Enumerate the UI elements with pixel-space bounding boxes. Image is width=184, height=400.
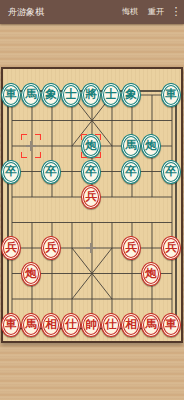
piece-red-r9c5[interactable]: 仕: [101, 313, 121, 337]
piece-red-r9c2[interactable]: 相: [41, 313, 61, 337]
piece-red-r9c7[interactable]: 馬: [141, 313, 161, 337]
piece-black-r3c4[interactable]: 卒: [81, 160, 101, 184]
overflow-menu-icon[interactable]: ⋮: [169, 0, 183, 24]
piece-black-r2c4[interactable]: 炮: [81, 134, 101, 158]
xiangqi-board[interactable]: 車馬象士將士象車炮馬炮卒卒卒卒卒兵兵兵兵兵炮炮車馬相仕帥仕相馬車: [1, 67, 183, 343]
point-marker: [21, 133, 41, 159]
piece-red-r9c0[interactable]: 車: [1, 313, 21, 337]
xiangqi-board-grid[interactable]: 車馬象士將士象車炮馬炮卒卒卒卒卒兵兵兵兵兵炮炮車馬相仕帥仕相馬車: [1, 82, 181, 337]
piece-black-r0c6[interactable]: 象: [121, 83, 141, 107]
piece-red-r7c1[interactable]: 炮: [21, 262, 41, 286]
piece-red-r9c1[interactable]: 馬: [21, 313, 41, 337]
undo-move-button[interactable]: 悔棋: [117, 0, 143, 24]
piece-black-r0c3[interactable]: 士: [61, 83, 81, 107]
piece-red-r7c7[interactable]: 炮: [141, 262, 161, 286]
piece-red-r9c4[interactable]: 帥: [81, 313, 101, 337]
piece-black-r0c4[interactable]: 將: [81, 83, 101, 107]
piece-red-r9c6[interactable]: 相: [121, 313, 141, 337]
piece-black-r2c6[interactable]: 馬: [121, 134, 141, 158]
piece-red-r9c8[interactable]: 車: [161, 313, 181, 337]
piece-black-r3c8[interactable]: 卒: [161, 160, 181, 184]
app-bar: 舟游象棋 悔棋 重开 ⋮: [0, 0, 184, 24]
app-title: 舟游象棋: [8, 6, 44, 19]
piece-black-r0c8[interactable]: 車: [161, 83, 181, 107]
piece-red-r6c2[interactable]: 兵: [41, 236, 61, 260]
piece-black-r0c2[interactable]: 象: [41, 83, 61, 107]
point-marker: [81, 235, 101, 261]
piece-red-r6c0[interactable]: 兵: [1, 236, 21, 260]
piece-red-r4c4[interactable]: 兵: [81, 185, 101, 209]
piece-red-r6c6[interactable]: 兵: [121, 236, 141, 260]
piece-black-r3c0[interactable]: 卒: [1, 160, 21, 184]
piece-black-r2c7[interactable]: 炮: [141, 134, 161, 158]
piece-black-r3c6[interactable]: 卒: [121, 160, 141, 184]
last-move-from-marker: [21, 133, 41, 159]
piece-black-r0c0[interactable]: 車: [1, 83, 21, 107]
restart-button[interactable]: 重开: [143, 0, 169, 24]
piece-black-r3c2[interactable]: 卒: [41, 160, 61, 184]
piece-red-r9c3[interactable]: 仕: [61, 313, 81, 337]
piece-red-r6c8[interactable]: 兵: [161, 236, 181, 260]
piece-black-r0c1[interactable]: 馬: [21, 83, 41, 107]
piece-black-r0c5[interactable]: 士: [101, 83, 121, 107]
